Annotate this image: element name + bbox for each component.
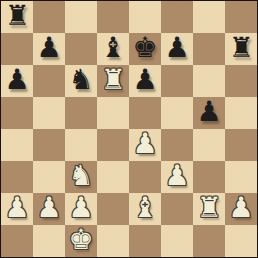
square-d7[interactable]: ♝︎	[97, 33, 129, 65]
square-b6[interactable]	[33, 65, 65, 97]
black-bishop[interactable]: ♝︎	[100, 33, 125, 64]
square-e2[interactable]: ♝︎	[129, 193, 161, 225]
square-c7[interactable]	[65, 33, 97, 65]
chess-board: ♜︎♟︎♝︎♚︎♟︎♜︎♟︎♞︎♜︎♟︎♟︎♟︎♞︎♟︎♟︎♟︎♟︎♝︎♜︎♟︎…	[0, 0, 258, 258]
black-rook[interactable]: ♜︎	[4, 1, 29, 32]
square-g7[interactable]	[193, 33, 225, 65]
square-d8[interactable]	[97, 1, 129, 33]
square-f3[interactable]: ♟︎	[161, 161, 193, 193]
square-h8[interactable]	[225, 1, 257, 33]
square-h2[interactable]: ♟︎	[225, 193, 257, 225]
square-f5[interactable]	[161, 97, 193, 129]
square-b2[interactable]: ♟︎	[33, 193, 65, 225]
white-pawn[interactable]: ♟︎	[228, 193, 253, 224]
square-d5[interactable]	[97, 97, 129, 129]
black-king[interactable]: ♚︎	[132, 33, 157, 64]
square-b4[interactable]	[33, 129, 65, 161]
square-e4[interactable]: ♟︎	[129, 129, 161, 161]
square-g4[interactable]	[193, 129, 225, 161]
black-pawn[interactable]: ♟︎	[196, 97, 221, 128]
square-h3[interactable]	[225, 161, 257, 193]
square-g5[interactable]: ♟︎	[193, 97, 225, 129]
white-knight[interactable]: ♞︎	[68, 161, 93, 192]
white-rook[interactable]: ♜︎	[196, 193, 221, 224]
square-b7[interactable]: ♟︎	[33, 33, 65, 65]
square-f4[interactable]	[161, 129, 193, 161]
square-h7[interactable]: ♜︎	[225, 33, 257, 65]
square-f7[interactable]: ♟︎	[161, 33, 193, 65]
square-g6[interactable]	[193, 65, 225, 97]
square-a8[interactable]: ♜︎	[1, 1, 33, 33]
square-g8[interactable]	[193, 1, 225, 33]
black-pawn[interactable]: ♟︎	[36, 33, 61, 64]
square-e1[interactable]	[129, 225, 161, 257]
square-g1[interactable]	[193, 225, 225, 257]
white-bishop[interactable]: ♝︎	[132, 193, 157, 224]
square-d6[interactable]: ♜︎	[97, 65, 129, 97]
square-b3[interactable]	[33, 161, 65, 193]
square-c3[interactable]: ♞︎	[65, 161, 97, 193]
square-c1[interactable]: ♚︎	[65, 225, 97, 257]
square-a3[interactable]	[1, 161, 33, 193]
white-pawn[interactable]: ♟︎	[4, 193, 29, 224]
square-e5[interactable]	[129, 97, 161, 129]
white-pawn[interactable]: ♟︎	[36, 193, 61, 224]
square-f1[interactable]	[161, 225, 193, 257]
white-rook[interactable]: ♜︎	[100, 65, 125, 96]
square-h4[interactable]	[225, 129, 257, 161]
square-c5[interactable]	[65, 97, 97, 129]
square-b8[interactable]	[33, 1, 65, 33]
white-pawn[interactable]: ♟︎	[164, 161, 189, 192]
square-e3[interactable]	[129, 161, 161, 193]
square-a4[interactable]	[1, 129, 33, 161]
square-e8[interactable]	[129, 1, 161, 33]
black-knight[interactable]: ♞︎	[68, 65, 93, 96]
square-e6[interactable]: ♟︎	[129, 65, 161, 97]
square-h1[interactable]	[225, 225, 257, 257]
square-b5[interactable]	[33, 97, 65, 129]
square-d3[interactable]	[97, 161, 129, 193]
square-c4[interactable]	[65, 129, 97, 161]
white-pawn[interactable]: ♟︎	[132, 129, 157, 160]
black-pawn[interactable]: ♟︎	[4, 65, 29, 96]
square-c6[interactable]: ♞︎	[65, 65, 97, 97]
square-g2[interactable]: ♜︎	[193, 193, 225, 225]
square-a7[interactable]	[1, 33, 33, 65]
square-h5[interactable]	[225, 97, 257, 129]
square-d4[interactable]	[97, 129, 129, 161]
black-rook[interactable]: ♜︎	[228, 33, 253, 64]
square-h6[interactable]	[225, 65, 257, 97]
black-pawn[interactable]: ♟︎	[132, 65, 157, 96]
square-g3[interactable]	[193, 161, 225, 193]
square-c8[interactable]	[65, 1, 97, 33]
square-c2[interactable]: ♟︎	[65, 193, 97, 225]
black-pawn[interactable]: ♟︎	[164, 33, 189, 64]
square-a6[interactable]: ♟︎	[1, 65, 33, 97]
square-a1[interactable]	[1, 225, 33, 257]
square-a5[interactable]	[1, 97, 33, 129]
square-d2[interactable]	[97, 193, 129, 225]
square-e7[interactable]: ♚︎	[129, 33, 161, 65]
white-king[interactable]: ♚︎	[68, 225, 93, 256]
white-pawn[interactable]: ♟︎	[68, 193, 93, 224]
square-f8[interactable]	[161, 1, 193, 33]
square-f2[interactable]	[161, 193, 193, 225]
square-a2[interactable]: ♟︎	[1, 193, 33, 225]
square-b1[interactable]	[33, 225, 65, 257]
square-f6[interactable]	[161, 65, 193, 97]
square-d1[interactable]	[97, 225, 129, 257]
